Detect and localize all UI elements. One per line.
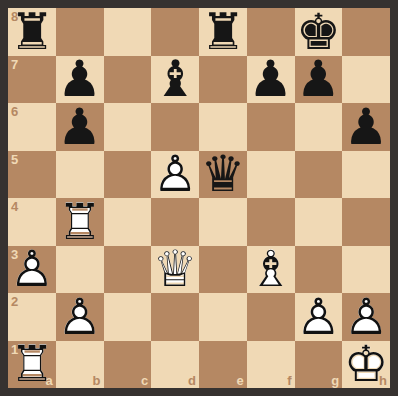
- file-label-e: e: [237, 374, 244, 387]
- file-label-g: g: [331, 374, 339, 387]
- square-d2[interactable]: [151, 293, 199, 341]
- square-c1[interactable]: c: [104, 341, 152, 389]
- square-h4[interactable]: [342, 198, 390, 246]
- square-b6[interactable]: ♟: [56, 103, 104, 151]
- square-c8[interactable]: [104, 8, 152, 56]
- square-a8[interactable]: 8♜: [8, 8, 56, 56]
- black-pawn[interactable]: ♟: [342, 103, 390, 151]
- white-pawn[interactable]: ♟♙: [8, 246, 56, 294]
- square-b4[interactable]: ♜♖: [56, 198, 104, 246]
- square-a6[interactable]: 6: [8, 103, 56, 151]
- square-b2[interactable]: ♟♙: [56, 293, 104, 341]
- white-rook[interactable]: ♜♖: [56, 198, 104, 246]
- square-h3[interactable]: [342, 246, 390, 294]
- square-e6[interactable]: [199, 103, 247, 151]
- square-e3[interactable]: [199, 246, 247, 294]
- square-f2[interactable]: [247, 293, 295, 341]
- square-f8[interactable]: [247, 8, 295, 56]
- square-c6[interactable]: [104, 103, 152, 151]
- square-e7[interactable]: [199, 56, 247, 104]
- square-b7[interactable]: ♟: [56, 56, 104, 104]
- black-rook[interactable]: ♜: [199, 8, 247, 56]
- square-a7[interactable]: 7: [8, 56, 56, 104]
- rank-label-4: 4: [11, 200, 18, 213]
- square-c4[interactable]: [104, 198, 152, 246]
- white-pawn[interactable]: ♟♙: [56, 293, 104, 341]
- square-f5[interactable]: [247, 151, 295, 199]
- square-g5[interactable]: [295, 151, 343, 199]
- file-label-c: c: [141, 374, 148, 387]
- square-g2[interactable]: ♟♙: [295, 293, 343, 341]
- square-h1[interactable]: h♚♔: [342, 341, 390, 389]
- black-pawn[interactable]: ♟: [56, 103, 104, 151]
- square-g8[interactable]: ♚: [295, 8, 343, 56]
- white-bishop[interactable]: ♝♗: [247, 246, 295, 294]
- square-g3[interactable]: [295, 246, 343, 294]
- black-king[interactable]: ♚: [295, 8, 343, 56]
- square-d8[interactable]: [151, 8, 199, 56]
- rank-label-2: 2: [11, 295, 18, 308]
- square-h8[interactable]: [342, 8, 390, 56]
- file-label-f: f: [287, 374, 291, 387]
- rank-label-6: 6: [11, 105, 18, 118]
- square-d7[interactable]: ♝: [151, 56, 199, 104]
- black-queen[interactable]: ♛: [199, 151, 247, 199]
- square-b8[interactable]: [56, 8, 104, 56]
- black-rook[interactable]: ♜: [8, 8, 56, 56]
- square-d4[interactable]: [151, 198, 199, 246]
- square-b3[interactable]: [56, 246, 104, 294]
- square-d1[interactable]: d: [151, 341, 199, 389]
- white-queen[interactable]: ♛♕: [151, 246, 199, 294]
- square-a4[interactable]: 4: [8, 198, 56, 246]
- square-a5[interactable]: 5: [8, 151, 56, 199]
- square-e8[interactable]: ♜: [199, 8, 247, 56]
- square-a2[interactable]: 2: [8, 293, 56, 341]
- square-c7[interactable]: [104, 56, 152, 104]
- white-king[interactable]: ♚♔: [342, 341, 390, 389]
- white-pawn[interactable]: ♟♙: [342, 293, 390, 341]
- square-a1[interactable]: 1a♜♖: [8, 341, 56, 389]
- square-g4[interactable]: [295, 198, 343, 246]
- square-h7[interactable]: [342, 56, 390, 104]
- square-e4[interactable]: [199, 198, 247, 246]
- square-d6[interactable]: [151, 103, 199, 151]
- square-g6[interactable]: [295, 103, 343, 151]
- square-d5[interactable]: ♟♙: [151, 151, 199, 199]
- square-d3[interactable]: ♛♕: [151, 246, 199, 294]
- file-label-b: b: [93, 374, 101, 387]
- square-h2[interactable]: ♟♙: [342, 293, 390, 341]
- square-f6[interactable]: [247, 103, 295, 151]
- square-e5[interactable]: ♛: [199, 151, 247, 199]
- square-f3[interactable]: ♝♗: [247, 246, 295, 294]
- square-c2[interactable]: [104, 293, 152, 341]
- white-pawn[interactable]: ♟♙: [151, 151, 199, 199]
- square-h5[interactable]: [342, 151, 390, 199]
- square-g1[interactable]: g: [295, 341, 343, 389]
- square-a3[interactable]: 3♟♙: [8, 246, 56, 294]
- square-c5[interactable]: [104, 151, 152, 199]
- black-pawn[interactable]: ♟: [247, 56, 295, 104]
- file-label-d: d: [188, 374, 196, 387]
- square-f7[interactable]: ♟: [247, 56, 295, 104]
- rank-label-5: 5: [11, 153, 18, 166]
- white-pawn[interactable]: ♟♙: [295, 293, 343, 341]
- square-f1[interactable]: f: [247, 341, 295, 389]
- square-h6[interactable]: ♟: [342, 103, 390, 151]
- black-pawn[interactable]: ♟: [56, 56, 104, 104]
- square-b5[interactable]: [56, 151, 104, 199]
- square-f4[interactable]: [247, 198, 295, 246]
- square-g7[interactable]: ♟: [295, 56, 343, 104]
- black-pawn[interactable]: ♟: [295, 56, 343, 104]
- square-c3[interactable]: [104, 246, 152, 294]
- rank-label-7: 7: [11, 58, 18, 71]
- square-b1[interactable]: b: [56, 341, 104, 389]
- board-frame: 8♜♜♚7♟♝♟♟6♟♟5♟♙♛4♜♖3♟♙♛♕♝♗2♟♙♟♙♟♙1a♜♖bcd…: [0, 0, 398, 396]
- square-e1[interactable]: e: [199, 341, 247, 389]
- square-e2[interactable]: [199, 293, 247, 341]
- chess-board[interactable]: 8♜♜♚7♟♝♟♟6♟♟5♟♙♛4♜♖3♟♙♛♕♝♗2♟♙♟♙♟♙1a♜♖bcd…: [8, 8, 390, 388]
- black-bishop[interactable]: ♝: [151, 56, 199, 104]
- white-rook[interactable]: ♜♖: [8, 341, 56, 389]
